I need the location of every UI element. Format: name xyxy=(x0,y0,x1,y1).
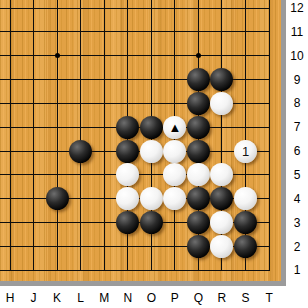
row-label-2: 2 xyxy=(286,240,308,254)
stone-black-N3[interactable] xyxy=(116,211,139,234)
stone-white-R3[interactable] xyxy=(210,211,233,234)
stone-black-O3[interactable] xyxy=(140,211,163,234)
stone-white-S6[interactable]: 1 xyxy=(234,140,257,163)
stone-white-R2[interactable] xyxy=(210,235,233,258)
col-label-S: S xyxy=(236,291,256,305)
row-label-9: 9 xyxy=(286,73,308,87)
row-label-7: 7 xyxy=(286,120,308,134)
stone-white-P5[interactable] xyxy=(163,163,186,186)
row-label-11: 11 xyxy=(286,25,308,39)
col-label-R: R xyxy=(212,291,232,305)
row-label-10: 10 xyxy=(286,49,308,63)
grid-line-row-12 xyxy=(0,8,270,9)
stone-white-S4[interactable] xyxy=(234,187,257,210)
stone-black-Q7[interactable] xyxy=(187,116,210,139)
move-number-label: 1 xyxy=(242,145,249,158)
star-point-K10 xyxy=(55,53,60,58)
col-label-K: K xyxy=(47,291,67,305)
grid-line-row-10 xyxy=(0,55,270,56)
go-app-screenshot: ▲1 121110987654321 HJKLMNOPQRST xyxy=(0,0,308,308)
triangle-marker-icon: ▲ xyxy=(168,120,181,133)
stone-black-R4[interactable] xyxy=(210,187,233,210)
stone-white-N4[interactable] xyxy=(116,187,139,210)
stone-white-R5[interactable] xyxy=(210,163,233,186)
stone-black-N6[interactable] xyxy=(116,140,139,163)
row-label-3: 3 xyxy=(286,216,308,230)
stone-white-P7[interactable]: ▲ xyxy=(163,116,186,139)
col-label-O: O xyxy=(141,291,161,305)
row-label-8: 8 xyxy=(286,96,308,110)
stone-white-N5[interactable] xyxy=(116,163,139,186)
stone-black-Q8[interactable] xyxy=(187,92,210,115)
col-label-T: T xyxy=(259,291,279,305)
stone-black-Q2[interactable] xyxy=(187,235,210,258)
stone-black-Q3[interactable] xyxy=(187,211,210,234)
stone-black-L6[interactable] xyxy=(69,140,92,163)
col-label-Q: Q xyxy=(188,291,208,305)
stone-black-Q4[interactable] xyxy=(187,187,210,210)
row-label-12: 12 xyxy=(286,1,308,15)
stone-black-S2[interactable] xyxy=(234,235,257,258)
stone-white-O4[interactable] xyxy=(140,187,163,210)
stone-white-O6[interactable] xyxy=(140,140,163,163)
go-board[interactable]: ▲1 xyxy=(0,0,286,286)
stone-white-Q5[interactable] xyxy=(187,163,210,186)
col-label-L: L xyxy=(71,291,91,305)
col-label-M: M xyxy=(94,291,114,305)
col-label-P: P xyxy=(165,291,185,305)
stone-white-P6[interactable] xyxy=(163,140,186,163)
grid-line-col-T xyxy=(269,0,270,271)
col-label-J: J xyxy=(24,291,44,305)
row-label-4: 4 xyxy=(286,192,308,206)
grid-line-col-L xyxy=(80,0,81,271)
grid-line-col-J xyxy=(33,0,34,271)
stone-black-O7[interactable] xyxy=(140,116,163,139)
row-label-6: 6 xyxy=(286,144,308,158)
stone-black-Q6[interactable] xyxy=(187,140,210,163)
col-label-N: N xyxy=(118,291,138,305)
stone-black-S3[interactable] xyxy=(234,211,257,234)
grid-line-col-H xyxy=(10,0,11,271)
stone-black-N7[interactable] xyxy=(116,116,139,139)
grid-line-row-11 xyxy=(0,31,270,32)
star-point-Q10 xyxy=(196,53,201,58)
stone-black-R9[interactable] xyxy=(210,68,233,91)
stone-white-P4[interactable] xyxy=(163,187,186,210)
col-label-H: H xyxy=(0,291,20,305)
grid-line-row-1 xyxy=(0,270,270,271)
stone-black-Q9[interactable] xyxy=(187,68,210,91)
row-label-5: 5 xyxy=(286,168,308,182)
row-label-1: 1 xyxy=(286,263,308,277)
grid-line-col-K xyxy=(57,0,58,271)
stone-white-R8[interactable] xyxy=(210,92,233,115)
grid-line-col-M xyxy=(104,0,105,271)
stone-black-K4[interactable] xyxy=(46,187,69,210)
